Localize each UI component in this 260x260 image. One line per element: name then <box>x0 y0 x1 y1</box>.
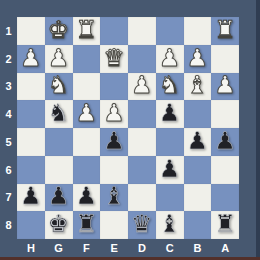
square-b1[interactable] <box>184 17 212 45</box>
square-h1[interactable] <box>17 17 45 45</box>
rank-label-3: 3 <box>0 73 17 101</box>
square-c7[interactable] <box>156 184 184 212</box>
rank-label-2: 2 <box>0 45 17 73</box>
white-knight[interactable]: ♞ <box>159 73 181 97</box>
white-bishop[interactable]: ♝ <box>187 73 209 97</box>
black-bishop[interactable]: ♝ <box>159 212 181 236</box>
square-g7[interactable]: ♟ <box>45 184 73 212</box>
square-a3[interactable]: ♟ <box>211 73 239 101</box>
rank-label-4: 4 <box>0 100 17 128</box>
square-e5[interactable]: ♟ <box>100 128 128 156</box>
frame-edge-right <box>256 0 260 260</box>
square-c1[interactable] <box>156 17 184 45</box>
square-d5[interactable] <box>128 128 156 156</box>
white-pawn[interactable]: ♟ <box>159 46 181 70</box>
black-pawn[interactable]: ♟ <box>187 129 209 153</box>
black-pawn[interactable]: ♟ <box>76 184 98 208</box>
square-g4[interactable]: ♞ <box>45 100 73 128</box>
white-rook[interactable]: ♜ <box>214 18 236 42</box>
square-a4[interactable] <box>211 100 239 128</box>
white-pawn[interactable]: ♟ <box>214 73 236 97</box>
square-d1[interactable] <box>128 17 156 45</box>
square-h4[interactable] <box>17 100 45 128</box>
black-king[interactable]: ♚ <box>48 212 70 236</box>
square-d4[interactable] <box>128 100 156 128</box>
square-f6[interactable] <box>73 156 101 184</box>
square-d7[interactable] <box>128 184 156 212</box>
square-c8[interactable]: ♝ <box>156 211 184 239</box>
square-e7[interactable]: ♝ <box>100 184 128 212</box>
square-f1[interactable]: ♜ <box>73 17 101 45</box>
white-pawn[interactable]: ♟ <box>131 73 153 97</box>
square-c6[interactable]: ♟ <box>156 156 184 184</box>
file-label-a: A <box>211 239 239 257</box>
square-a2[interactable] <box>211 45 239 73</box>
square-c2[interactable]: ♟ <box>156 45 184 73</box>
white-king[interactable]: ♚ <box>48 18 70 42</box>
black-pawn[interactable]: ♟ <box>214 129 236 153</box>
black-pawn[interactable]: ♟ <box>159 101 181 125</box>
square-f7[interactable]: ♟ <box>73 184 101 212</box>
rank-label-8: 8 <box>0 211 17 239</box>
white-queen[interactable]: ♛ <box>103 46 125 70</box>
square-b5[interactable]: ♟ <box>184 128 212 156</box>
black-pawn[interactable]: ♟ <box>48 184 70 208</box>
white-pawn[interactable]: ♟ <box>103 101 125 125</box>
square-b6[interactable] <box>184 156 212 184</box>
square-g8[interactable]: ♚ <box>45 211 73 239</box>
square-h8[interactable] <box>17 211 45 239</box>
square-a8[interactable]: ♜ <box>211 211 239 239</box>
rank-label-6: 6 <box>0 156 17 184</box>
rank-label-7: 7 <box>0 184 17 212</box>
square-b2[interactable]: ♟ <box>184 45 212 73</box>
file-label-b: B <box>184 239 212 257</box>
black-knight[interactable]: ♞ <box>48 101 70 125</box>
square-h6[interactable] <box>17 156 45 184</box>
rank-label-1: 1 <box>0 17 17 45</box>
file-label-f: F <box>73 239 101 257</box>
square-f8[interactable]: ♜ <box>73 211 101 239</box>
square-d2[interactable] <box>128 45 156 73</box>
square-b8[interactable] <box>184 211 212 239</box>
square-d8[interactable]: ♛ <box>128 211 156 239</box>
file-label-h: H <box>17 239 45 257</box>
square-a7[interactable] <box>211 184 239 212</box>
file-label-e: E <box>100 239 128 257</box>
square-e3[interactable] <box>100 73 128 101</box>
square-g2[interactable]: ♟ <box>45 45 73 73</box>
square-e1[interactable] <box>100 17 128 45</box>
square-h2[interactable]: ♟ <box>17 45 45 73</box>
white-knight[interactable]: ♞ <box>48 73 70 97</box>
square-d6[interactable] <box>128 156 156 184</box>
square-d3[interactable]: ♟ <box>128 73 156 101</box>
rank-label-5: 5 <box>0 128 17 156</box>
chess-diagram: ♚♜♜♟♟♛♟♟♞♟♞♝♟♞♟♟♟♟♟♟♟♟♟♟♝♚♜♛♝♜ 12345678 … <box>0 0 260 260</box>
chess-board: ♚♜♜♟♟♛♟♟♞♟♞♝♟♞♟♟♟♟♟♟♟♟♟♟♝♚♜♛♝♜ <box>17 17 239 239</box>
square-g1[interactable]: ♚ <box>45 17 73 45</box>
file-label-g: G <box>45 239 73 257</box>
square-e8[interactable] <box>100 211 128 239</box>
square-a1[interactable]: ♜ <box>211 17 239 45</box>
white-pawn[interactable]: ♟ <box>48 46 70 70</box>
square-e2[interactable]: ♛ <box>100 45 128 73</box>
square-b4[interactable] <box>184 100 212 128</box>
square-h7[interactable]: ♟ <box>17 184 45 212</box>
black-pawn[interactable]: ♟ <box>103 129 125 153</box>
square-a6[interactable] <box>211 156 239 184</box>
square-c4[interactable]: ♟ <box>156 100 184 128</box>
black-rook[interactable]: ♜ <box>76 212 98 236</box>
file-label-d: D <box>128 239 156 257</box>
square-c5[interactable] <box>156 128 184 156</box>
square-g5[interactable] <box>45 128 73 156</box>
white-pawn[interactable]: ♟ <box>76 101 98 125</box>
square-b7[interactable] <box>184 184 212 212</box>
black-pawn[interactable]: ♟ <box>20 184 42 208</box>
square-f3[interactable] <box>73 73 101 101</box>
square-g3[interactable]: ♞ <box>45 73 73 101</box>
square-f5[interactable] <box>73 128 101 156</box>
white-pawn[interactable]: ♟ <box>20 46 42 70</box>
white-rook[interactable]: ♜ <box>76 18 98 42</box>
black-queen[interactable]: ♛ <box>131 212 153 236</box>
square-e6[interactable] <box>100 156 128 184</box>
square-h3[interactable] <box>17 73 45 101</box>
square-f2[interactable] <box>73 45 101 73</box>
black-bishop[interactable]: ♝ <box>103 184 125 208</box>
square-e4[interactable]: ♟ <box>100 100 128 128</box>
square-c3[interactable]: ♞ <box>156 73 184 101</box>
square-a5[interactable]: ♟ <box>211 128 239 156</box>
square-h5[interactable] <box>17 128 45 156</box>
square-b3[interactable]: ♝ <box>184 73 212 101</box>
black-pawn[interactable]: ♟ <box>159 157 181 181</box>
square-f4[interactable]: ♟ <box>73 100 101 128</box>
black-rook[interactable]: ♜ <box>214 212 236 236</box>
square-g6[interactable] <box>45 156 73 184</box>
white-pawn[interactable]: ♟ <box>187 46 209 70</box>
file-label-c: C <box>156 239 184 257</box>
